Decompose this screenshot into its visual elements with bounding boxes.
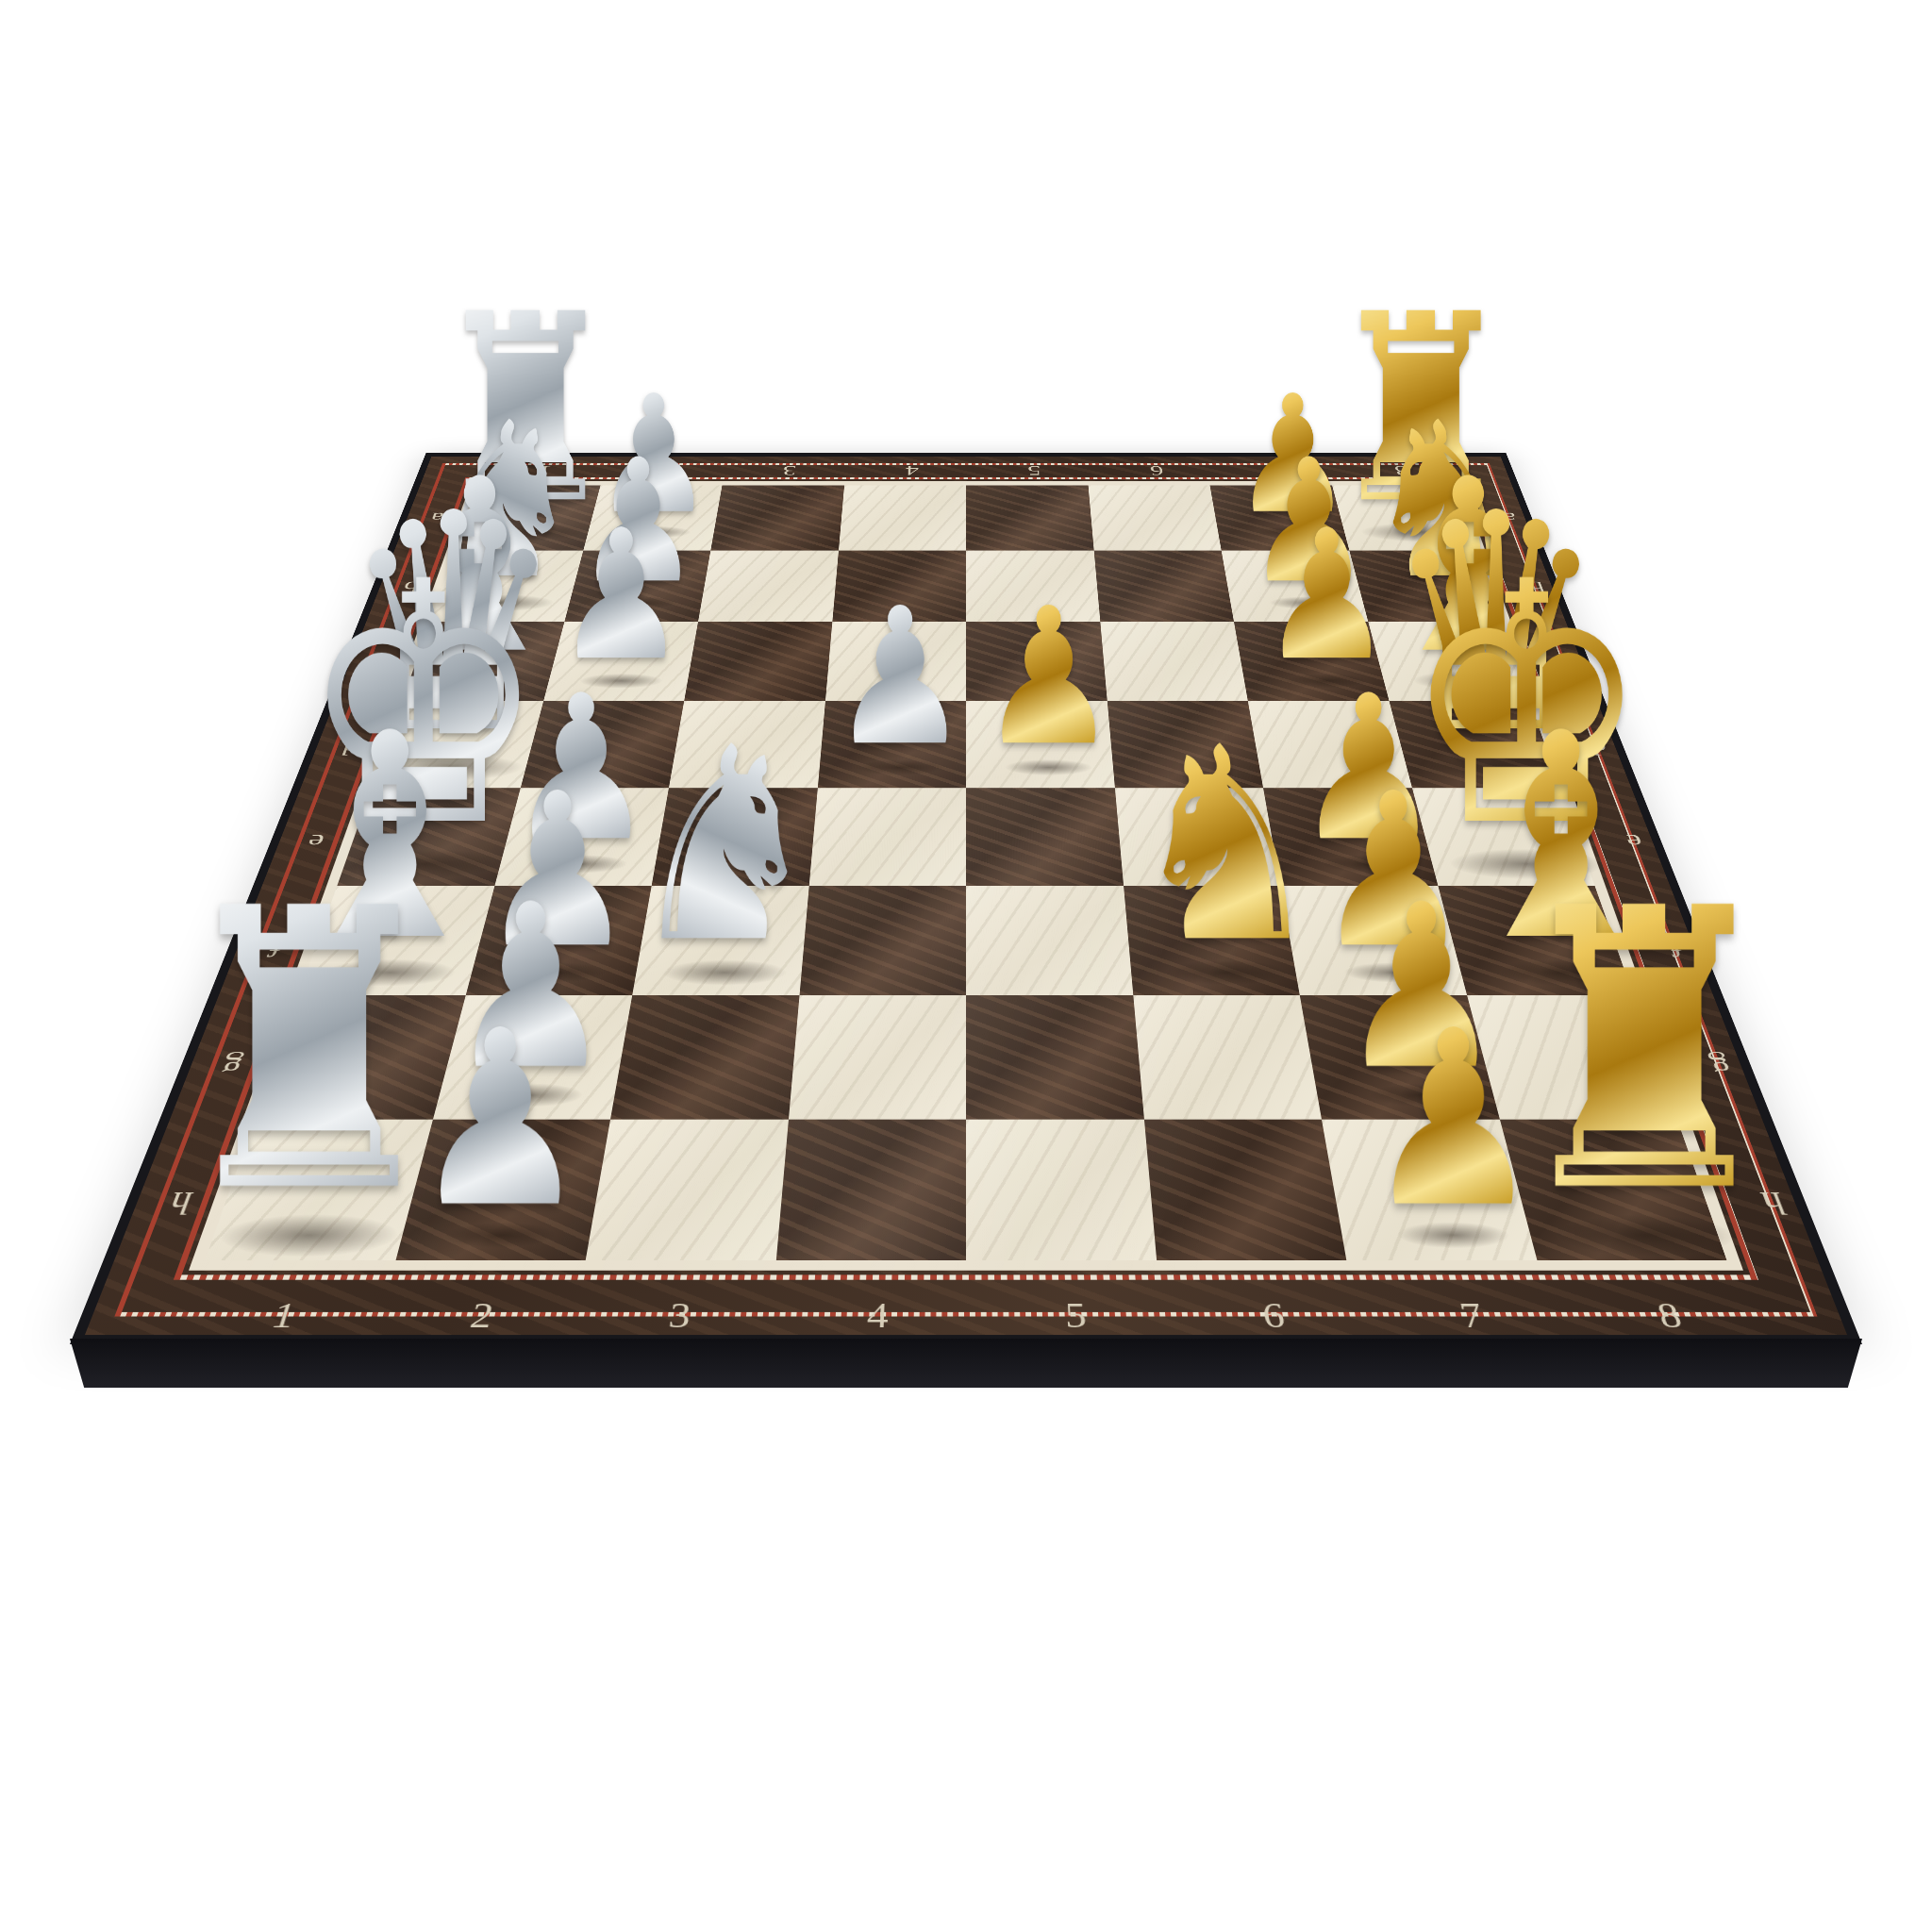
front-rank-label-5: 5 <box>1064 1298 1089 1333</box>
square-a1[interactable] <box>456 485 601 550</box>
back-rank-label-6: 6 <box>1149 464 1165 477</box>
square-g4[interactable] <box>789 995 966 1119</box>
square-f4[interactable] <box>799 886 966 995</box>
square-b3[interactable] <box>698 550 839 622</box>
square-f2[interactable] <box>465 886 651 995</box>
square-c1[interactable] <box>403 622 564 701</box>
playing-area: ♜♞♝♛♚♝♜♟♟♟♟♟♟♟♟♞♜♞♝♛♚♝♜♟♟♟♟♟♟♟♟♞ <box>189 481 1743 1271</box>
square-c2[interactable] <box>543 622 698 701</box>
square-a4[interactable] <box>839 485 966 550</box>
square-a7[interactable] <box>1210 485 1349 550</box>
back-rank-label-3: 3 <box>782 464 797 477</box>
front-rank-label-1: 1 <box>268 1298 301 1333</box>
square-h2[interactable] <box>395 1119 610 1260</box>
square-e3[interactable] <box>652 788 818 885</box>
square-f3[interactable] <box>632 886 808 995</box>
square-d2[interactable] <box>520 701 684 789</box>
square-h5[interactable] <box>966 1119 1157 1260</box>
front-rank-label-3: 3 <box>667 1298 693 1333</box>
square-c7[interactable] <box>1234 622 1389 701</box>
square-c3[interactable] <box>684 622 832 701</box>
square-f6[interactable] <box>1124 886 1300 995</box>
chessboard-scene: 11aa22bb33cc44dd55ee66ff77gg88hh ♜♞♝♛♚♝♜… <box>51 684 1881 1344</box>
square-a5[interactable] <box>966 485 1093 550</box>
square-e6[interactable] <box>1115 788 1281 885</box>
square-d1[interactable] <box>372 701 543 789</box>
front-rank-label-8: 8 <box>1654 1298 1687 1333</box>
product-photo: 11aa22bb33cc44dd55ee66ff77gg88hh ♜♞♝♛♚♝♜… <box>0 0 1932 1932</box>
front-rank-label-2: 2 <box>467 1298 497 1333</box>
square-c4[interactable] <box>825 622 966 701</box>
square-g6[interactable] <box>1133 995 1322 1119</box>
square-d5[interactable] <box>966 701 1115 789</box>
square-g3[interactable] <box>610 995 799 1119</box>
square-a8[interactable] <box>1332 485 1477 550</box>
square-c6[interactable] <box>1100 622 1248 701</box>
back-rank-label-4: 4 <box>905 464 919 477</box>
square-f7[interactable] <box>1280 886 1466 995</box>
square-c8[interactable] <box>1368 622 1529 701</box>
front-rank-label-6: 6 <box>1260 1298 1288 1333</box>
square-b7[interactable] <box>1222 550 1368 622</box>
square-b6[interactable] <box>1093 550 1234 622</box>
board-side-edge <box>70 1339 1862 1388</box>
square-a3[interactable] <box>710 485 843 550</box>
square-d3[interactable] <box>669 701 825 789</box>
square-b1[interactable] <box>430 550 583 622</box>
square-e4[interactable] <box>808 788 966 885</box>
square-a2[interactable] <box>583 485 722 550</box>
square-h6[interactable] <box>1143 1119 1346 1260</box>
front-rank-label-7: 7 <box>1457 1298 1487 1333</box>
chess-board: 11aa22bb33cc44dd55ee66ff77gg88hh ♜♞♝♛♚♝♜… <box>70 453 1862 1344</box>
square-g7[interactable] <box>1300 995 1500 1119</box>
back-rank-label-2: 2 <box>658 464 675 477</box>
back-rank-label-5: 5 <box>1027 464 1041 477</box>
square-b8[interactable] <box>1349 550 1502 622</box>
square-g2[interactable] <box>433 995 633 1119</box>
square-e5[interactable] <box>966 788 1124 885</box>
square-e7[interactable] <box>1263 788 1438 885</box>
square-e2[interactable] <box>494 788 669 885</box>
board-tilt: 11aa22bb33cc44dd55ee66ff77gg88hh ♜♞♝♛♚♝♜… <box>70 453 1862 1344</box>
square-a6[interactable] <box>1088 485 1221 550</box>
square-g5[interactable] <box>966 995 1143 1119</box>
square-b4[interactable] <box>832 550 966 622</box>
square-b5[interactable] <box>966 550 1100 622</box>
square-h3[interactable] <box>586 1119 789 1260</box>
square-d6[interactable] <box>1107 701 1263 789</box>
square-f5[interactable] <box>966 886 1133 995</box>
square-b2[interactable] <box>564 550 710 622</box>
square-h4[interactable] <box>775 1119 966 1260</box>
square-d4[interactable] <box>817 701 966 789</box>
front-rank-label-4: 4 <box>866 1298 890 1333</box>
square-d7[interactable] <box>1248 701 1412 789</box>
square-c5[interactable] <box>966 622 1107 701</box>
